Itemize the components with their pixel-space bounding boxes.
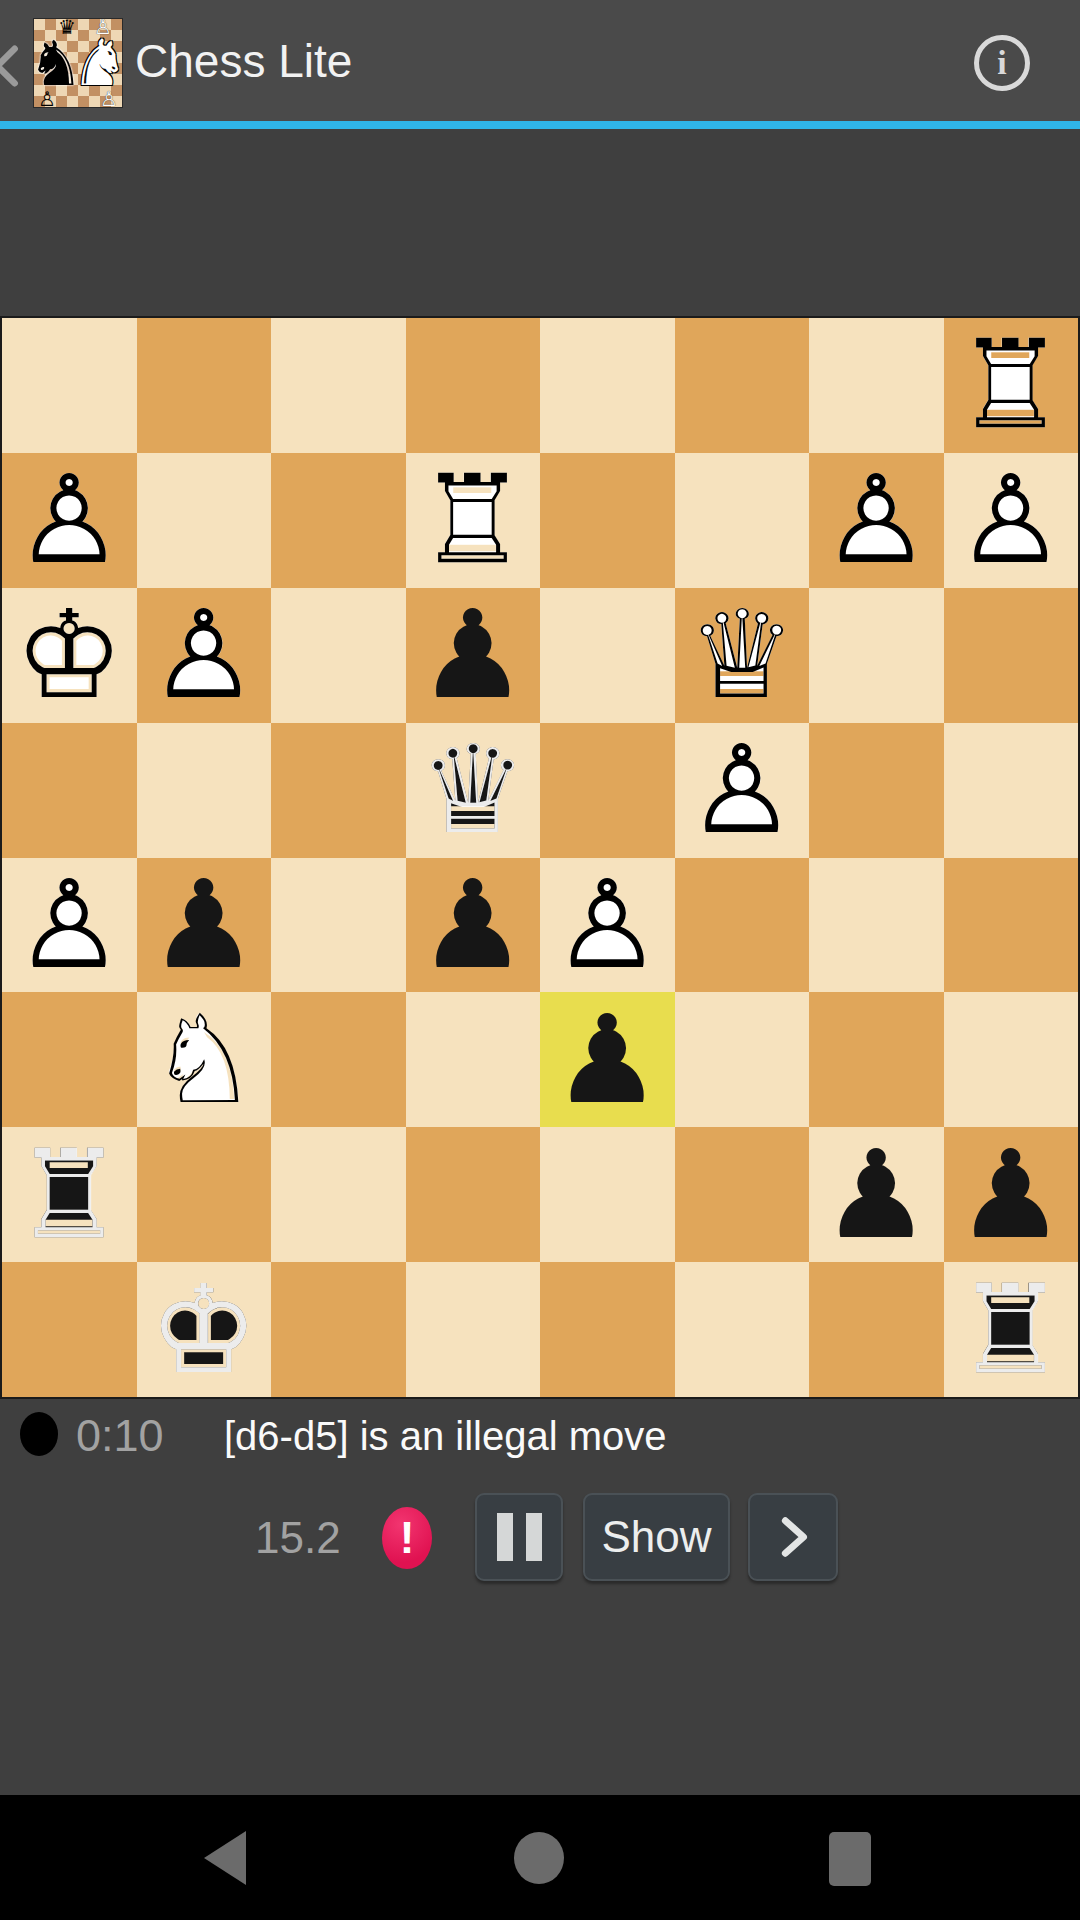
piece-outline: ♙ [2, 453, 137, 588]
piece-white-pawn: ♟ [675, 723, 810, 858]
piece-outline: ♙ [675, 723, 810, 858]
square-f8[interactable] [675, 318, 810, 453]
square-a2[interactable]: ♜♖ [2, 1127, 137, 1262]
square-f5[interactable]: ♟♙ [675, 723, 810, 858]
square-g4[interactable] [809, 858, 944, 993]
page-title: Chess Lite [135, 34, 352, 88]
piece-black-rook: ♜ [2, 1127, 137, 1262]
square-c8[interactable] [271, 318, 406, 453]
square-a1[interactable] [2, 1262, 137, 1397]
square-d1[interactable] [406, 1262, 541, 1397]
square-f2[interactable] [675, 1127, 810, 1262]
piece-outline: ♕ [406, 723, 541, 858]
square-f3[interactable] [675, 992, 810, 1127]
pause-bar-icon [526, 1513, 542, 1561]
square-d7[interactable]: ♜♖ [406, 453, 541, 588]
square-e2[interactable] [540, 1127, 675, 1262]
square-e5[interactable] [540, 723, 675, 858]
clock-text: 0:10 [76, 1410, 164, 1462]
piece-black-king: ♚ [137, 1262, 272, 1397]
piece-outline: ♙ [540, 858, 675, 993]
square-b4[interactable]: ♟ [137, 858, 272, 993]
square-c5[interactable] [271, 723, 406, 858]
piece-outline: ♙ [2, 858, 137, 993]
pause-bar-icon [497, 1513, 513, 1561]
square-h7[interactable]: ♟♙ [944, 453, 1079, 588]
piece-outline: ♖ [2, 1127, 137, 1262]
square-h8[interactable]: ♜♖ [944, 318, 1079, 453]
square-g8[interactable] [809, 318, 944, 453]
square-a4[interactable]: ♟♙ [2, 858, 137, 993]
square-f1[interactable] [675, 1262, 810, 1397]
square-e7[interactable] [540, 453, 675, 588]
turn-indicator-black-icon [20, 1412, 58, 1456]
square-b1[interactable]: ♚♔ [137, 1262, 272, 1397]
chess-board[interactable]: ♜♖♟♙♜♖♟♙♟♙♚♔♟♙♟♛♕♛♕♟♙♟♙♟♟♟♙♞♘♟♜♖♟♟♚♔♜♖ [0, 316, 1080, 1399]
piece-white-pawn: ♟ [2, 453, 137, 588]
app-logo-icon: ♛ ♙ ♞ ♞ ♙ ♙ [33, 18, 123, 108]
square-b5[interactable] [137, 723, 272, 858]
square-d4[interactable]: ♟ [406, 858, 541, 993]
square-a3[interactable] [2, 992, 137, 1127]
square-e3[interactable]: ♟ [540, 992, 675, 1127]
android-recents-icon[interactable] [829, 1832, 871, 1886]
square-e1[interactable] [540, 1262, 675, 1397]
square-b7[interactable] [137, 453, 272, 588]
square-c1[interactable] [271, 1262, 406, 1397]
eval-text: 15.2 [255, 1513, 341, 1563]
square-c2[interactable] [271, 1127, 406, 1262]
square-g7[interactable]: ♟♙ [809, 453, 944, 588]
piece-black-pawn: ♟ [137, 858, 272, 993]
piece-white-rook: ♜ [406, 453, 541, 588]
square-c6[interactable] [271, 588, 406, 723]
piece-black-pawn: ♟ [540, 992, 675, 1127]
piece-outline: ♕ [675, 588, 810, 723]
show-button[interactable]: Show [583, 1493, 730, 1581]
square-g2[interactable]: ♟ [809, 1127, 944, 1262]
info-icon[interactable]: i [974, 35, 1030, 91]
square-h2[interactable]: ♟ [944, 1127, 1079, 1262]
piece-outline: ♙ [809, 453, 944, 588]
piece-outline: ♔ [137, 1262, 272, 1397]
square-d5[interactable]: ♛♕ [406, 723, 541, 858]
piece-white-pawn: ♟ [809, 453, 944, 588]
piece-white-queen: ♛ [675, 588, 810, 723]
square-f4[interactable] [675, 858, 810, 993]
square-d8[interactable] [406, 318, 541, 453]
square-d6[interactable]: ♟ [406, 588, 541, 723]
logo-white-knight-icon: ♞ [71, 31, 123, 95]
controls-row: 15.2 ! Show [0, 1493, 1080, 1583]
logo-tiny-pawn3-icon: ♙ [100, 89, 118, 108]
square-a8[interactable] [2, 318, 137, 453]
piece-white-pawn: ♟ [540, 858, 675, 993]
exclamation-glyph: ! [400, 1516, 415, 1560]
piece-white-pawn: ♟ [2, 858, 137, 993]
piece-white-pawn: ♟ [944, 453, 1079, 588]
status-message: [d6-d5] is an illegal move [224, 1414, 666, 1459]
square-c4[interactable] [271, 858, 406, 993]
square-c3[interactable] [271, 992, 406, 1127]
square-e6[interactable] [540, 588, 675, 723]
piece-black-pawn: ♟ [944, 1127, 1079, 1262]
alert-icon[interactable]: ! [382, 1507, 432, 1569]
app-screen: ♛ ♙ ♞ ♞ ♙ ♙ Chess Lite i ♜♖♟♙♜♖♟♙♟♙♚♔♟♙♟… [0, 0, 1080, 1920]
square-g1[interactable] [809, 1262, 944, 1397]
square-h5[interactable] [944, 723, 1079, 858]
android-nav-bar [0, 1795, 1080, 1920]
logo-tiny-pawn2-icon: ♙ [38, 89, 56, 108]
square-a5[interactable] [2, 723, 137, 858]
square-a6[interactable]: ♚♔ [2, 588, 137, 723]
app-header: ♛ ♙ ♞ ♞ ♙ ♙ Chess Lite i [0, 0, 1080, 121]
square-b2[interactable] [137, 1127, 272, 1262]
piece-outline: ♖ [944, 318, 1079, 453]
chevron-right-icon [770, 1511, 816, 1563]
info-glyph: i [997, 46, 1006, 80]
piece-white-pawn: ♟ [137, 588, 272, 723]
header-accent-line [0, 121, 1080, 129]
square-g5[interactable] [809, 723, 944, 858]
piece-outline: ♙ [137, 588, 272, 723]
piece-white-knight: ♞ [137, 992, 272, 1127]
piece-white-rook: ♜ [944, 318, 1079, 453]
piece-black-pawn: ♟ [809, 1127, 944, 1262]
piece-outline: ♖ [944, 1262, 1079, 1397]
square-b6[interactable]: ♟♙ [137, 588, 272, 723]
piece-black-queen: ♛ [406, 723, 541, 858]
square-h3[interactable] [944, 992, 1079, 1127]
piece-white-king: ♚ [2, 588, 137, 723]
square-e8[interactable] [540, 318, 675, 453]
square-h1[interactable]: ♜♖ [944, 1262, 1079, 1397]
piece-black-pawn: ♟ [406, 858, 541, 993]
piece-black-rook: ♜ [944, 1262, 1079, 1397]
android-home-icon[interactable] [514, 1832, 564, 1884]
pause-button[interactable] [475, 1493, 563, 1581]
square-g6[interactable] [809, 588, 944, 723]
back-chevron-icon[interactable] [0, 36, 30, 96]
square-d3[interactable] [406, 992, 541, 1127]
piece-outline: ♘ [137, 992, 272, 1127]
square-f6[interactable]: ♛♕ [675, 588, 810, 723]
square-g3[interactable] [809, 992, 944, 1127]
square-b8[interactable] [137, 318, 272, 453]
square-h4[interactable] [944, 858, 1079, 993]
square-c7[interactable] [271, 453, 406, 588]
square-b3[interactable]: ♞♘ [137, 992, 272, 1127]
status-row: 0:10 [d6-d5] is an illegal move [0, 1404, 1080, 1466]
square-a7[interactable]: ♟♙ [2, 453, 137, 588]
piece-outline: ♙ [944, 453, 1079, 588]
square-e4[interactable]: ♟♙ [540, 858, 675, 993]
piece-outline: ♔ [2, 588, 137, 723]
square-d2[interactable] [406, 1127, 541, 1262]
square-f7[interactable] [675, 453, 810, 588]
square-h6[interactable] [944, 588, 1079, 723]
android-back-icon[interactable] [204, 1831, 246, 1885]
next-move-button[interactable] [748, 1493, 838, 1581]
piece-black-pawn: ♟ [406, 588, 541, 723]
show-button-label: Show [601, 1512, 711, 1562]
piece-outline: ♖ [406, 453, 541, 588]
